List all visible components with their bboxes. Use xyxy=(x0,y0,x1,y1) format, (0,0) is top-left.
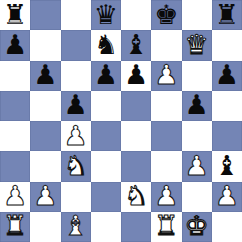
square-d5[interactable] xyxy=(91,91,121,121)
square-d4[interactable] xyxy=(91,121,121,151)
white-pawn-piece: ♟ xyxy=(33,182,57,209)
square-d3[interactable] xyxy=(91,151,121,181)
black-pawn-piece: ♟ xyxy=(185,91,209,118)
black-knight-piece: ♞ xyxy=(94,31,118,58)
square-a7[interactable]: ♟ xyxy=(0,30,30,60)
white-pawn-piece: ♟ xyxy=(154,182,178,209)
square-a4[interactable] xyxy=(0,121,30,151)
chess-board: ♜♛♚♜♟♞♝♛♟♟♟♟♟♟♟♟♞♟♝♟♟♞♟♟♜♝♜♚ xyxy=(0,0,242,242)
square-b2[interactable]: ♟ xyxy=(30,182,60,212)
square-f3[interactable] xyxy=(151,151,181,181)
square-e2[interactable]: ♞ xyxy=(121,182,151,212)
white-pawn-piece: ♟ xyxy=(64,122,88,149)
square-g2[interactable] xyxy=(182,182,212,212)
square-h8[interactable]: ♜ xyxy=(212,0,242,30)
square-g5[interactable]: ♟ xyxy=(182,91,212,121)
square-b8[interactable] xyxy=(30,0,60,30)
square-b1[interactable] xyxy=(30,212,60,242)
square-c7[interactable] xyxy=(61,30,91,60)
square-b3[interactable] xyxy=(30,151,60,181)
square-f5[interactable] xyxy=(151,91,181,121)
black-rook-piece: ♜ xyxy=(3,1,27,28)
black-pawn-piece: ♟ xyxy=(3,31,27,58)
square-b4[interactable] xyxy=(30,121,60,151)
black-bishop-piece: ♝ xyxy=(215,152,239,179)
white-queen-piece: ♛ xyxy=(185,31,209,58)
black-pawn-piece: ♟ xyxy=(64,91,88,118)
square-c4[interactable]: ♟ xyxy=(61,121,91,151)
square-d8[interactable]: ♛ xyxy=(91,0,121,30)
white-knight-piece: ♞ xyxy=(64,152,88,179)
white-pawn-piece: ♟ xyxy=(185,152,209,179)
square-d7[interactable]: ♞ xyxy=(91,30,121,60)
square-c2[interactable] xyxy=(61,182,91,212)
square-f7[interactable] xyxy=(151,30,181,60)
black-pawn-piece: ♟ xyxy=(124,61,148,88)
black-pawn-piece: ♟ xyxy=(94,61,118,88)
square-e4[interactable] xyxy=(121,121,151,151)
square-e1[interactable] xyxy=(121,212,151,242)
square-c6[interactable] xyxy=(61,61,91,91)
square-e8[interactable] xyxy=(121,0,151,30)
white-rook-piece: ♜ xyxy=(154,212,178,239)
square-h5[interactable] xyxy=(212,91,242,121)
square-h6[interactable]: ♟ xyxy=(212,61,242,91)
square-d6[interactable]: ♟ xyxy=(91,61,121,91)
square-g4[interactable] xyxy=(182,121,212,151)
square-f4[interactable] xyxy=(151,121,181,151)
square-c8[interactable] xyxy=(61,0,91,30)
black-pawn-piece: ♟ xyxy=(33,61,57,88)
square-e6[interactable]: ♟ xyxy=(121,61,151,91)
square-c3[interactable]: ♞ xyxy=(61,151,91,181)
square-h1[interactable] xyxy=(212,212,242,242)
square-a6[interactable] xyxy=(0,61,30,91)
square-e7[interactable]: ♝ xyxy=(121,30,151,60)
square-g6[interactable] xyxy=(182,61,212,91)
chess-board-container: ♜♛♚♜♟♞♝♛♟♟♟♟♟♟♟♟♞♟♝♟♟♞♟♟♜♝♜♚ xyxy=(0,0,242,242)
black-pawn-piece: ♟ xyxy=(215,61,239,88)
square-b7[interactable] xyxy=(30,30,60,60)
white-knight-piece: ♞ xyxy=(124,182,148,209)
square-f8[interactable]: ♚ xyxy=(151,0,181,30)
square-h2[interactable]: ♟ xyxy=(212,182,242,212)
square-c5[interactable]: ♟ xyxy=(61,91,91,121)
square-a3[interactable] xyxy=(0,151,30,181)
white-pawn-piece: ♟ xyxy=(154,61,178,88)
square-f1[interactable]: ♜ xyxy=(151,212,181,242)
black-bishop-piece: ♝ xyxy=(124,31,148,58)
square-h4[interactable] xyxy=(212,121,242,151)
black-rook-piece: ♜ xyxy=(215,1,239,28)
square-d2[interactable] xyxy=(91,182,121,212)
black-queen-piece: ♛ xyxy=(94,1,118,28)
square-g1[interactable]: ♚ xyxy=(182,212,212,242)
white-pawn-piece: ♟ xyxy=(215,182,239,209)
square-a1[interactable]: ♜ xyxy=(0,212,30,242)
square-g3[interactable]: ♟ xyxy=(182,151,212,181)
square-c1[interactable]: ♝ xyxy=(61,212,91,242)
square-h7[interactable] xyxy=(212,30,242,60)
white-bishop-piece: ♝ xyxy=(64,212,88,239)
white-rook-piece: ♜ xyxy=(3,212,27,239)
white-pawn-piece: ♟ xyxy=(3,182,27,209)
black-king-piece: ♚ xyxy=(154,1,178,28)
square-e5[interactable] xyxy=(121,91,151,121)
square-d1[interactable] xyxy=(91,212,121,242)
square-g7[interactable]: ♛ xyxy=(182,30,212,60)
white-king-piece: ♚ xyxy=(185,212,209,239)
square-e3[interactable] xyxy=(121,151,151,181)
square-a2[interactable]: ♟ xyxy=(0,182,30,212)
square-b5[interactable] xyxy=(30,91,60,121)
square-a8[interactable]: ♜ xyxy=(0,0,30,30)
square-f6[interactable]: ♟ xyxy=(151,61,181,91)
square-b6[interactable]: ♟ xyxy=(30,61,60,91)
square-a5[interactable] xyxy=(0,91,30,121)
square-h3[interactable]: ♝ xyxy=(212,151,242,181)
square-f2[interactable]: ♟ xyxy=(151,182,181,212)
square-g8[interactable] xyxy=(182,0,212,30)
